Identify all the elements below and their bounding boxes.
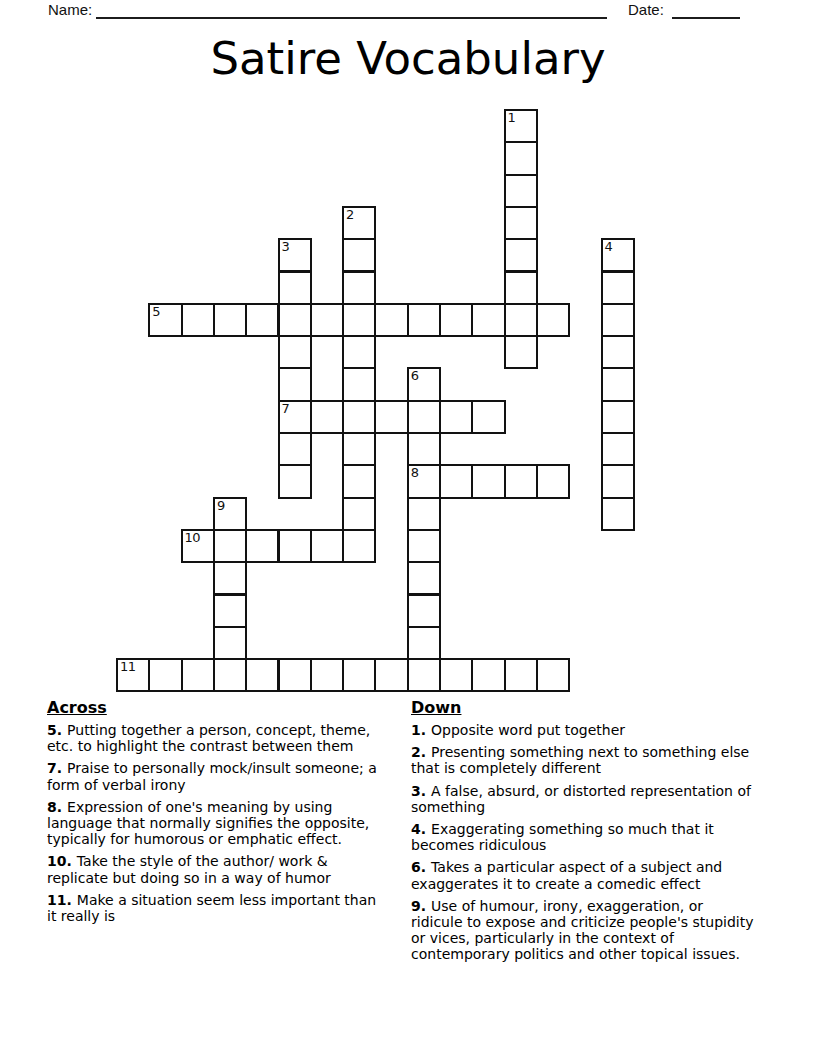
grid-cell-r6c7[interactable]	[342, 303, 376, 337]
grid-cell-r17c5[interactable]	[278, 658, 312, 692]
clue-text: Putting together a person, concept, them…	[47, 722, 370, 754]
grid-cell-r11c7[interactable]	[342, 464, 376, 498]
grid-cell-r17c6[interactable]	[310, 658, 344, 692]
grid-cell-r17c4[interactable]	[245, 658, 279, 692]
grid-cell-r4c15[interactable]: 4	[601, 238, 635, 272]
grid-cell-r9c5[interactable]: 7	[278, 400, 312, 434]
grid-cell-r6c1[interactable]: 5	[148, 303, 182, 337]
grid-cell-r5c15[interactable]	[601, 271, 635, 305]
clue-number: 5.	[47, 722, 62, 738]
grid-cell-r15c3[interactable]	[213, 594, 247, 628]
clue-number: 1.	[411, 722, 426, 738]
grid-cell-r8c5[interactable]	[278, 367, 312, 401]
grid-cell-r11c15[interactable]	[601, 464, 635, 498]
grid-cell-r8c7[interactable]	[342, 367, 376, 401]
cell-clue-number-8: 8	[411, 466, 419, 480]
clue-down-9: 9.Use of humour, irony, exaggeration, or…	[411, 898, 756, 963]
clue-number: 7.	[47, 760, 62, 776]
cell-clue-number-1: 1	[508, 111, 516, 125]
grid-cell-r15c9[interactable]	[407, 594, 441, 628]
grid-cell-r6c12[interactable]	[504, 303, 538, 337]
cell-clue-number-11: 11	[120, 660, 136, 674]
grid-cell-r12c7[interactable]	[342, 497, 376, 531]
clue-down-3: 3.A false, absurd, or distorted represen…	[411, 783, 756, 815]
grid-cell-r3c7[interactable]: 2	[342, 206, 376, 240]
date-blank-line	[672, 17, 740, 19]
clue-number: 10.	[47, 853, 72, 869]
clue-across-10: 10.Take the style of the author/ work & …	[47, 853, 387, 885]
grid-cell-r6c8[interactable]	[374, 303, 408, 337]
grid-cell-r14c3[interactable]	[213, 561, 247, 595]
grid-cell-r13c7[interactable]	[342, 529, 376, 563]
grid-cell-r10c15[interactable]	[601, 432, 635, 466]
grid-cell-r9c7[interactable]	[342, 400, 376, 434]
grid-cell-r16c9[interactable]	[407, 626, 441, 660]
grid-cell-r5c7[interactable]	[342, 271, 376, 305]
grid-cell-r3c12[interactable]	[504, 206, 538, 240]
down-header: Down	[411, 699, 756, 716]
grid-cell-r17c1[interactable]	[148, 658, 182, 692]
grid-cell-r8c9[interactable]: 6	[407, 367, 441, 401]
clue-number: 2.	[411, 744, 426, 760]
cell-clue-number-2: 2	[346, 208, 354, 222]
grid-cell-r6c6[interactable]	[310, 303, 344, 337]
grid-cell-r6c2[interactable]	[181, 303, 215, 337]
grid-cell-r12c9[interactable]	[407, 497, 441, 531]
grid-cell-r1c12[interactable]	[504, 141, 538, 175]
grid-cell-r17c7[interactable]	[342, 658, 376, 692]
grid-cell-r16c3[interactable]	[213, 626, 247, 660]
grid-cell-r4c12[interactable]	[504, 238, 538, 272]
grid-cell-r6c11[interactable]	[471, 303, 505, 337]
clue-text: Expression of one's meaning by using lan…	[47, 799, 369, 847]
cell-clue-number-7: 7	[282, 402, 290, 416]
grid-cell-r5c12[interactable]	[504, 271, 538, 305]
grid-cell-r5c5[interactable]	[278, 271, 312, 305]
clue-down-6: 6.Takes a particular aspect of a subject…	[411, 859, 756, 891]
grid-cell-r10c5[interactable]	[278, 432, 312, 466]
clue-text: Take the style of the author/ work & rep…	[47, 853, 331, 885]
clue-number: 4.	[411, 821, 426, 837]
grid-cell-r13c6[interactable]	[310, 529, 344, 563]
grid-cell-r12c3[interactable]: 9	[213, 497, 247, 531]
clue-text: Takes a particular aspect of a subject a…	[411, 859, 722, 891]
grid-cell-r13c3[interactable]	[213, 529, 247, 563]
clue-across-5: 5.Putting together a person, concept, th…	[47, 722, 387, 754]
grid-cell-r17c9[interactable]	[407, 658, 441, 692]
grid-cell-r7c12[interactable]	[504, 335, 538, 369]
crossword-grid: 1234567891011	[117, 110, 634, 692]
clue-text: Exaggerating something so much that it b…	[411, 821, 714, 853]
grid-cell-r14c9[interactable]	[407, 561, 441, 595]
grid-cell-r4c7[interactable]	[342, 238, 376, 272]
grid-cell-r9c11[interactable]	[471, 400, 505, 434]
grid-cell-r17c12[interactable]	[504, 658, 538, 692]
grid-cell-r11c11[interactable]	[471, 464, 505, 498]
clue-number: 9.	[411, 898, 426, 914]
grid-cell-r17c3[interactable]	[213, 658, 247, 692]
across-clues-section: Across 5.Putting together a person, conc…	[47, 699, 387, 930]
clue-across-7: 7.Praise to personally mock/insult someo…	[47, 760, 387, 792]
clue-down-2: 2.Presenting something next to something…	[411, 744, 756, 776]
grid-cell-r8c15[interactable]	[601, 367, 635, 401]
grid-cell-r6c4[interactable]	[245, 303, 279, 337]
grid-cell-r9c15[interactable]	[601, 400, 635, 434]
grid-cell-r10c9[interactable]	[407, 432, 441, 466]
clue-text: Opposite word put together	[431, 722, 625, 738]
date-label: Date:	[628, 1, 664, 18]
grid-cell-r6c13[interactable]	[536, 303, 570, 337]
clue-across-8: 8.Expression of one's meaning by using l…	[47, 799, 387, 848]
grid-cell-r6c3[interactable]	[213, 303, 247, 337]
grid-cell-r13c9[interactable]	[407, 529, 441, 563]
clue-number: 8.	[47, 799, 62, 815]
grid-cell-r17c2[interactable]	[181, 658, 215, 692]
clue-text: Praise to personally mock/insult someone…	[47, 760, 377, 792]
cell-clue-number-3: 3	[282, 240, 290, 254]
grid-cell-r6c9[interactable]	[407, 303, 441, 337]
grid-cell-r11c10[interactable]	[439, 464, 473, 498]
clue-number: 3.	[411, 783, 426, 799]
clue-down-1: 1.Opposite word put together	[411, 722, 756, 738]
clue-text: A false, absurd, or distorted representa…	[411, 783, 751, 815]
grid-cell-r11c13[interactable]	[536, 464, 570, 498]
cell-clue-number-6: 6	[411, 369, 419, 383]
grid-cell-r13c4[interactable]	[245, 529, 279, 563]
grid-cell-r17c13[interactable]	[536, 658, 570, 692]
clue-text: Make a situation seem less important tha…	[47, 892, 376, 924]
clue-down-4: 4.Exaggerating something so much that it…	[411, 821, 756, 853]
grid-cell-r17c10[interactable]	[439, 658, 473, 692]
grid-cell-r9c8[interactable]	[374, 400, 408, 434]
grid-cell-r12c15[interactable]	[601, 497, 635, 531]
grid-cell-r9c10[interactable]	[439, 400, 473, 434]
grid-cell-r11c5[interactable]	[278, 464, 312, 498]
clue-number: 11.	[47, 892, 72, 908]
clue-number: 6.	[411, 859, 426, 875]
grid-cell-r17c11[interactable]	[471, 658, 505, 692]
grid-cell-r7c15[interactable]	[601, 335, 635, 369]
grid-cell-r6c5[interactable]	[278, 303, 312, 337]
grid-cell-r9c6[interactable]	[310, 400, 344, 434]
page-title: Satire Vocabulary	[0, 31, 816, 87]
name-blank-line	[96, 17, 607, 19]
grid-cell-r13c5[interactable]	[278, 529, 312, 563]
clue-text: Use of humour, irony, exaggeration, or r…	[411, 898, 753, 963]
grid-cell-r17c8[interactable]	[374, 658, 408, 692]
grid-cell-r0c12[interactable]: 1	[504, 109, 538, 143]
grid-cell-r2c12[interactable]	[504, 174, 538, 208]
cell-clue-number-5: 5	[152, 305, 160, 319]
worksheet-page: Name: Date: Satire Vocabulary 1234567891…	[0, 0, 816, 1056]
grid-cell-r7c7[interactable]	[342, 335, 376, 369]
clue-across-11: 11.Make a situation seem less important …	[47, 892, 387, 924]
clue-text: Presenting something next to something e…	[411, 744, 749, 776]
down-clues-section: Down 1.Opposite word put together 2.Pres…	[411, 699, 756, 969]
grid-cell-r17c0[interactable]: 11	[116, 658, 150, 692]
grid-cell-r13c2[interactable]: 10	[181, 529, 215, 563]
across-header: Across	[47, 699, 387, 716]
grid-cell-r7c5[interactable]	[278, 335, 312, 369]
grid-cell-r11c12[interactable]	[504, 464, 538, 498]
name-label: Name:	[48, 1, 92, 18]
grid-cell-r6c10[interactable]	[439, 303, 473, 337]
grid-cell-r4c5[interactable]: 3	[278, 238, 312, 272]
grid-cell-r6c15[interactable]	[601, 303, 635, 337]
cell-clue-number-9: 9	[217, 499, 225, 513]
cell-clue-number-4: 4	[605, 240, 613, 254]
grid-cell-r11c9[interactable]: 8	[407, 464, 441, 498]
grid-cell-r10c7[interactable]	[342, 432, 376, 466]
cell-clue-number-10: 10	[185, 531, 201, 545]
grid-cell-r9c9[interactable]	[407, 400, 441, 434]
